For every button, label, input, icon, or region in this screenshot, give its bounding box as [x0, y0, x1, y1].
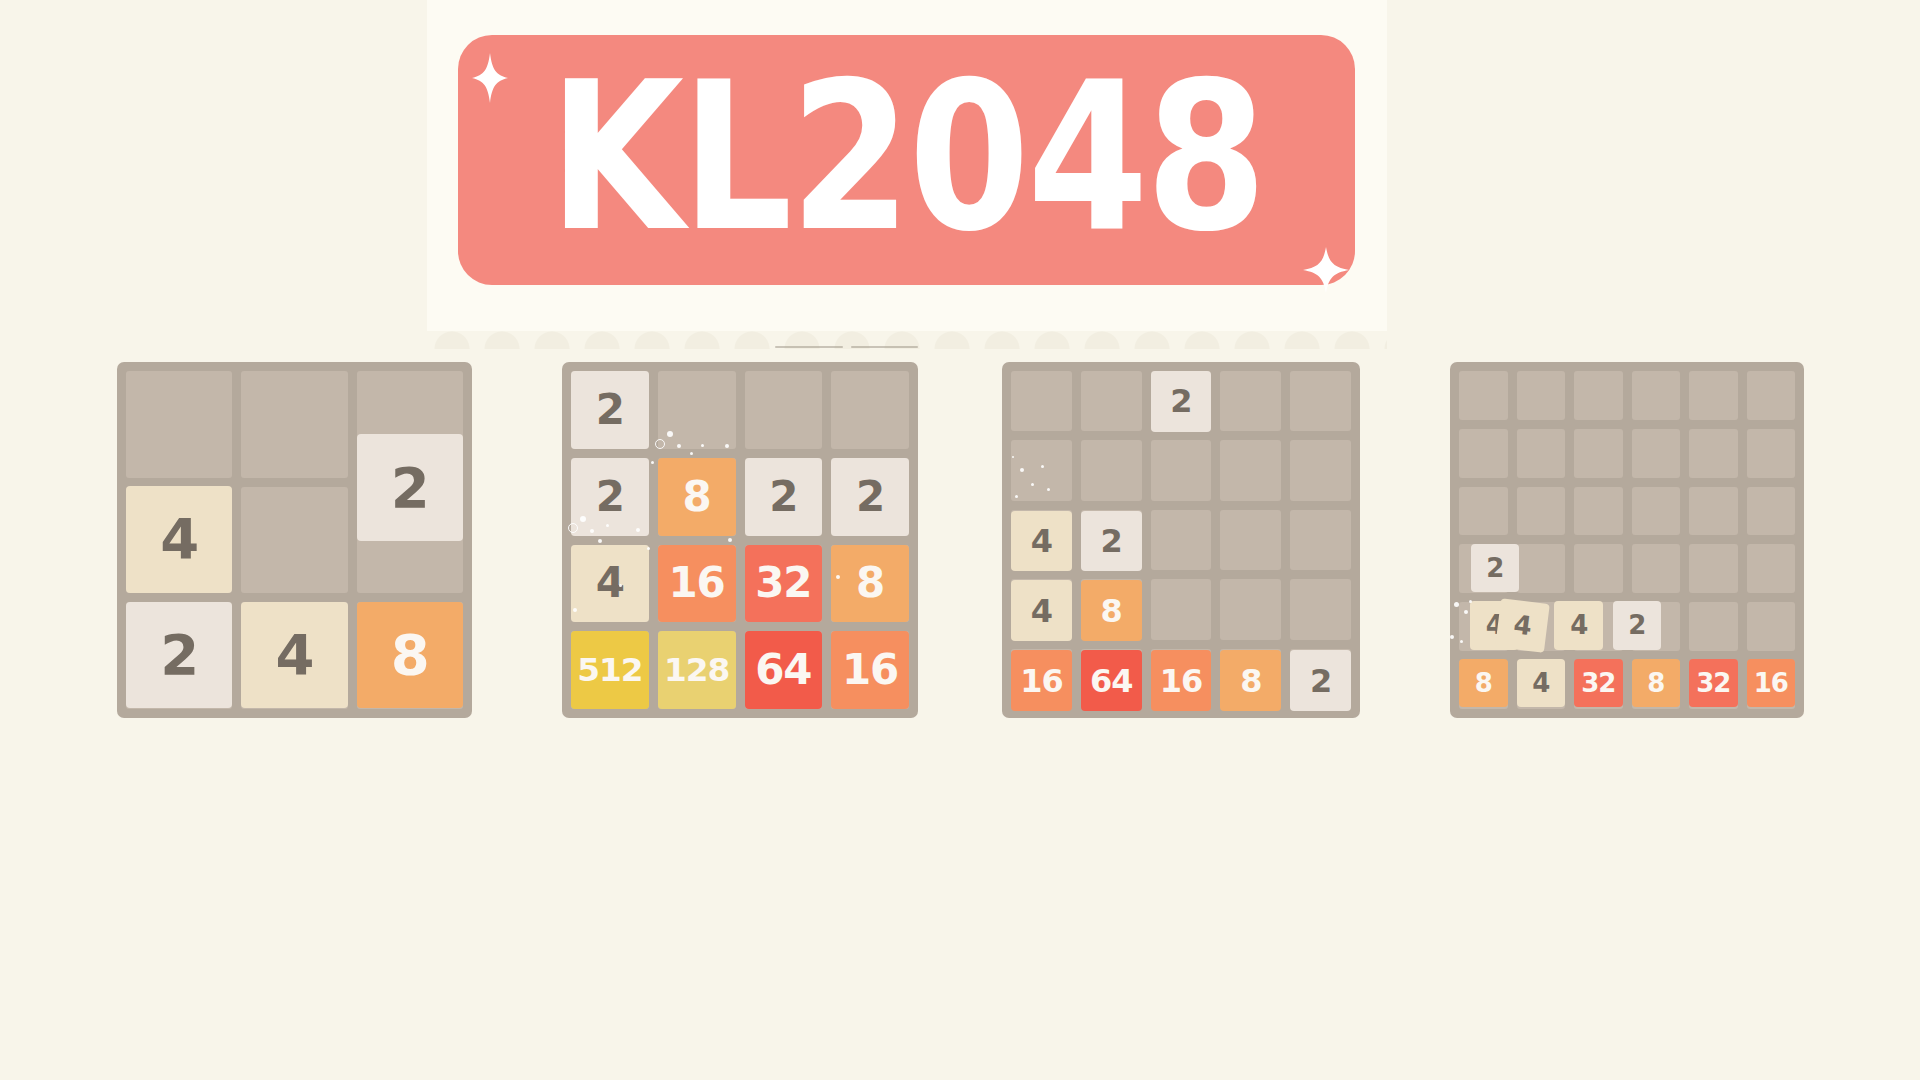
sparkle-particle — [1012, 456, 1014, 458]
tile-8: 8 — [1220, 650, 1281, 711]
sparkle-particle — [677, 444, 681, 448]
grid-cell — [1747, 544, 1796, 593]
board-3x3[interactable]: 24248 — [117, 362, 472, 718]
grid-cell — [1517, 487, 1566, 536]
grid-cell — [1689, 544, 1738, 593]
tile-2: 2 — [571, 458, 649, 536]
sparkle-particle — [690, 452, 693, 455]
tile-64: 64 — [745, 631, 823, 709]
grid-cell — [658, 371, 736, 449]
sparkle-particle — [1047, 488, 1050, 491]
app-title: KL2048 — [549, 55, 1264, 260]
sparkle-particle — [1020, 468, 1024, 472]
grid-cell — [1011, 371, 1072, 431]
sparkle-particle — [655, 439, 665, 449]
grid-cell — [126, 371, 232, 478]
grid-cell — [1081, 440, 1142, 500]
tile-16: 16 — [1151, 650, 1212, 711]
tile-32: 32 — [1574, 659, 1623, 708]
sparkle-particle — [1015, 495, 1018, 498]
grid-cell — [1689, 487, 1738, 536]
grid-cell — [1517, 371, 1566, 420]
sparkle-icon — [1303, 247, 1349, 293]
sparkle-particle — [568, 523, 578, 533]
grid-cell — [1151, 510, 1212, 570]
sparkle-particle — [701, 444, 704, 447]
grid-cell — [1632, 487, 1681, 536]
grid-cell — [745, 371, 823, 449]
grid-cell — [1517, 429, 1566, 478]
grid-cell — [1151, 440, 1212, 500]
tile-8: 8 — [1081, 580, 1142, 641]
tile-8: 8 — [357, 602, 463, 708]
tile-8: 8 — [1632, 659, 1681, 708]
tile-2: 2 — [831, 458, 909, 536]
tile-2: 2 — [571, 371, 649, 449]
grid-cell — [1632, 429, 1681, 478]
sparkle-particle — [1041, 465, 1044, 468]
grid-cell — [1459, 487, 1508, 536]
tile-2: 2 — [1613, 601, 1662, 650]
grid-cell — [1220, 440, 1281, 500]
tile-4: 4 — [1517, 659, 1566, 708]
tile-2: 2 — [357, 434, 463, 540]
grid-cell — [241, 487, 347, 594]
grid-cell — [831, 371, 909, 449]
tile-16: 16 — [1011, 650, 1072, 711]
page: KL2048 242482282241632851212864162424816… — [0, 0, 1920, 1080]
tile-8: 8 — [1459, 659, 1508, 708]
grid-cell — [1574, 487, 1623, 536]
grid-cell — [1220, 371, 1281, 431]
grid-cell — [1574, 429, 1623, 478]
tile-4: 4 — [241, 602, 347, 708]
sparkle-particle — [580, 516, 586, 522]
grid-cell — [1517, 544, 1566, 593]
grid-cell — [1290, 371, 1351, 431]
sparkle-particle — [636, 528, 640, 532]
sparkle-particle — [1469, 600, 1472, 603]
tile-4: 4 — [571, 545, 649, 623]
sparkle-particle — [606, 524, 609, 527]
tile-32: 32 — [1689, 659, 1738, 708]
sparkle-particle — [1460, 640, 1463, 643]
sparkle-particle — [667, 431, 673, 437]
tile-2: 2 — [745, 458, 823, 536]
grid-cell — [1574, 544, 1623, 593]
sparkle-particle — [1464, 610, 1468, 614]
tile-4: 4 — [1495, 598, 1549, 652]
grid-cell — [1151, 579, 1212, 639]
sparkle-particle — [651, 461, 654, 464]
sparkle-icon — [472, 53, 508, 103]
tile-8: 8 — [831, 545, 909, 623]
tile-4: 4 — [1011, 511, 1072, 572]
tile-2: 2 — [1471, 544, 1520, 593]
sparkle-particle — [573, 608, 577, 612]
sparkle-particle — [647, 547, 650, 550]
tile-16: 16 — [831, 631, 909, 709]
board-4x4[interactable]: 228224163285121286416 — [562, 362, 918, 718]
tile-16: 16 — [658, 545, 736, 623]
sparkle-particle — [1454, 602, 1459, 607]
grid-cell — [1290, 510, 1351, 570]
board-5x5[interactable]: 2424816641682 — [1002, 362, 1360, 718]
sparkle-particle — [1031, 483, 1034, 486]
title-banner: KL2048 — [458, 35, 1355, 285]
grid-cell — [1290, 440, 1351, 500]
grid-cell — [1574, 371, 1623, 420]
tile-2: 2 — [1290, 650, 1351, 711]
tile-4: 4 — [1554, 601, 1603, 650]
tile-4: 4 — [126, 486, 232, 592]
tile-64: 64 — [1081, 650, 1142, 711]
tile-128: 128 — [658, 631, 736, 709]
grid-cell — [1747, 429, 1796, 478]
grid-cell — [1747, 487, 1796, 536]
grid-cell — [1747, 371, 1796, 420]
sparkle-particle — [725, 444, 729, 448]
tile-32: 32 — [745, 545, 823, 623]
tile-2: 2 — [1081, 511, 1142, 572]
grid-cell — [1689, 371, 1738, 420]
grid-cell — [1632, 544, 1681, 593]
tile-4: 4 — [1011, 580, 1072, 641]
tile-8: 8 — [658, 458, 736, 536]
sparkle-particle — [1450, 635, 1454, 639]
sparkle-particle — [590, 529, 594, 533]
grid-cell — [1632, 371, 1681, 420]
board-shadow-line — [851, 346, 918, 348]
tile-2: 2 — [126, 602, 232, 708]
grid-cell — [1747, 602, 1796, 651]
sparkle-particle — [836, 575, 840, 579]
grid-cell — [1220, 579, 1281, 639]
board-6x6[interactable]: 24442843283216 — [1450, 362, 1804, 718]
sparkle-particle — [598, 539, 602, 543]
grid-cell — [1459, 371, 1508, 420]
sparkle-particle — [728, 538, 732, 542]
tile-512: 512 — [571, 631, 649, 709]
grid-cell — [241, 371, 347, 478]
board-shadow-line — [775, 346, 843, 348]
grid-cell — [1220, 510, 1281, 570]
tile-16: 16 — [1747, 659, 1796, 708]
grid-cell — [1081, 371, 1142, 431]
tile-2: 2 — [1151, 371, 1212, 432]
sparkle-particle — [619, 584, 622, 587]
grid-cell — [1689, 429, 1738, 478]
grid-cell — [1689, 602, 1738, 651]
grid-cell — [1459, 429, 1508, 478]
grid-cell — [1290, 579, 1351, 639]
